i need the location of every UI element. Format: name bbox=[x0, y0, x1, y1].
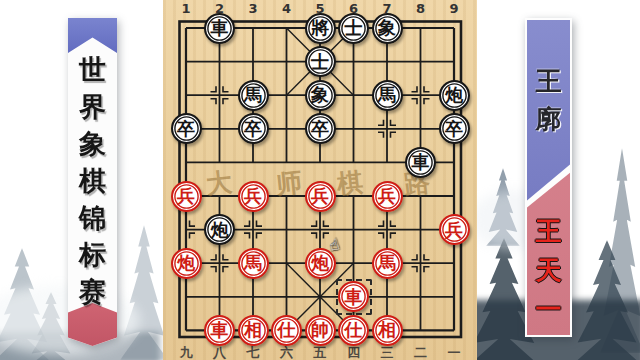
piece-black-advisor[interactable]: 士 bbox=[305, 46, 336, 77]
vertical-char: 棋 bbox=[68, 163, 117, 200]
file-number-bottom: 二 bbox=[413, 344, 429, 360]
vertical-char: 象 bbox=[68, 126, 117, 163]
river-char: 大 bbox=[204, 165, 234, 203]
piece-red-rook[interactable]: 車 bbox=[204, 315, 235, 346]
piece-red-horse[interactable]: 馬 bbox=[238, 248, 269, 279]
piece-red-cannon[interactable]: 炮 bbox=[305, 248, 336, 279]
vertical-char: 天 bbox=[525, 253, 572, 292]
vertical-char: 世 bbox=[68, 52, 117, 89]
piece-black-rook[interactable]: 車 bbox=[405, 147, 436, 178]
file-number-bottom: 三 bbox=[379, 344, 395, 360]
event-title-text: 世界象棋锦标赛 bbox=[68, 52, 117, 311]
piece-red-advisor[interactable]: 仕 bbox=[338, 315, 369, 346]
file-number-bottom: 一 bbox=[446, 344, 462, 360]
file-number-bottom: 八 bbox=[212, 344, 228, 360]
players-banner: 王廓 王天一 bbox=[525, 18, 572, 337]
red-player-name: 王天一 bbox=[525, 214, 572, 331]
vertical-char: 赛 bbox=[68, 274, 117, 311]
file-number-bottom: 七 bbox=[245, 344, 261, 360]
vertical-char: 王 bbox=[525, 64, 572, 102]
file-number-top: 8 bbox=[413, 1, 429, 16]
piece-red-advisor[interactable]: 仕 bbox=[271, 315, 302, 346]
vertical-char: 王 bbox=[525, 214, 572, 253]
piece-black-pawn[interactable]: 卒 bbox=[171, 113, 202, 144]
file-number-bottom: 五 bbox=[312, 344, 328, 360]
river-char: 师 bbox=[274, 165, 304, 203]
piece-black-pawn[interactable]: 卒 bbox=[238, 113, 269, 144]
file-number-top: 3 bbox=[245, 1, 261, 16]
piece-black-advisor[interactable]: 士 bbox=[338, 13, 369, 44]
piece-red-cannon[interactable]: 炮 bbox=[171, 248, 202, 279]
piece-red-elephant[interactable]: 相 bbox=[372, 315, 403, 346]
piece-red-elephant[interactable]: 相 bbox=[238, 315, 269, 346]
event-title-banner: 世界象棋锦标赛 bbox=[68, 18, 117, 346]
piece-black-elephant[interactable]: 象 bbox=[305, 80, 336, 111]
file-number-bottom: 九 bbox=[178, 344, 194, 360]
piece-black-king[interactable]: 將 bbox=[305, 13, 336, 44]
piece-red-pawn[interactable]: 兵 bbox=[372, 181, 403, 212]
piece-red-pawn[interactable]: 兵 bbox=[171, 181, 202, 212]
piece-red-horse[interactable]: 馬 bbox=[372, 248, 403, 279]
piece-red-pawn[interactable]: 兵 bbox=[238, 181, 269, 212]
xiangqi-board[interactable]: 大师棋路 123456789 九八七六五四三二一 車將士象士馬象馬炮卒卒卒卒車炮… bbox=[163, 0, 477, 360]
file-number-top: 4 bbox=[279, 1, 295, 16]
piece-black-cannon[interactable]: 炮 bbox=[439, 80, 470, 111]
file-number-bottom: 六 bbox=[279, 344, 295, 360]
piece-red-pawn[interactable]: 兵 bbox=[305, 181, 336, 212]
piece-black-pawn[interactable]: 卒 bbox=[439, 113, 470, 144]
vertical-char: 一 bbox=[525, 292, 572, 331]
piece-red-king[interactable]: 帥 bbox=[305, 315, 336, 346]
piece-black-rook[interactable]: 車 bbox=[204, 13, 235, 44]
file-number-top: 1 bbox=[178, 1, 194, 16]
vertical-char: 标 bbox=[68, 237, 117, 274]
file-number-top: 9 bbox=[446, 1, 462, 16]
piece-black-pawn[interactable]: 卒 bbox=[305, 113, 336, 144]
piece-black-cannon[interactable]: 炮 bbox=[204, 214, 235, 245]
piece-black-horse[interactable]: 馬 bbox=[238, 80, 269, 111]
vertical-char: 锦 bbox=[68, 200, 117, 237]
vertical-char: 界 bbox=[68, 89, 117, 126]
piece-black-elephant[interactable]: 象 bbox=[372, 13, 403, 44]
vertical-char: 廓 bbox=[525, 102, 572, 140]
black-player-name: 王廓 bbox=[525, 64, 572, 140]
piece-red-pawn[interactable]: 兵 bbox=[439, 214, 470, 245]
river-char: 棋 bbox=[335, 165, 365, 203]
piece-black-horse[interactable]: 馬 bbox=[372, 80, 403, 111]
file-number-bottom: 四 bbox=[346, 344, 362, 360]
